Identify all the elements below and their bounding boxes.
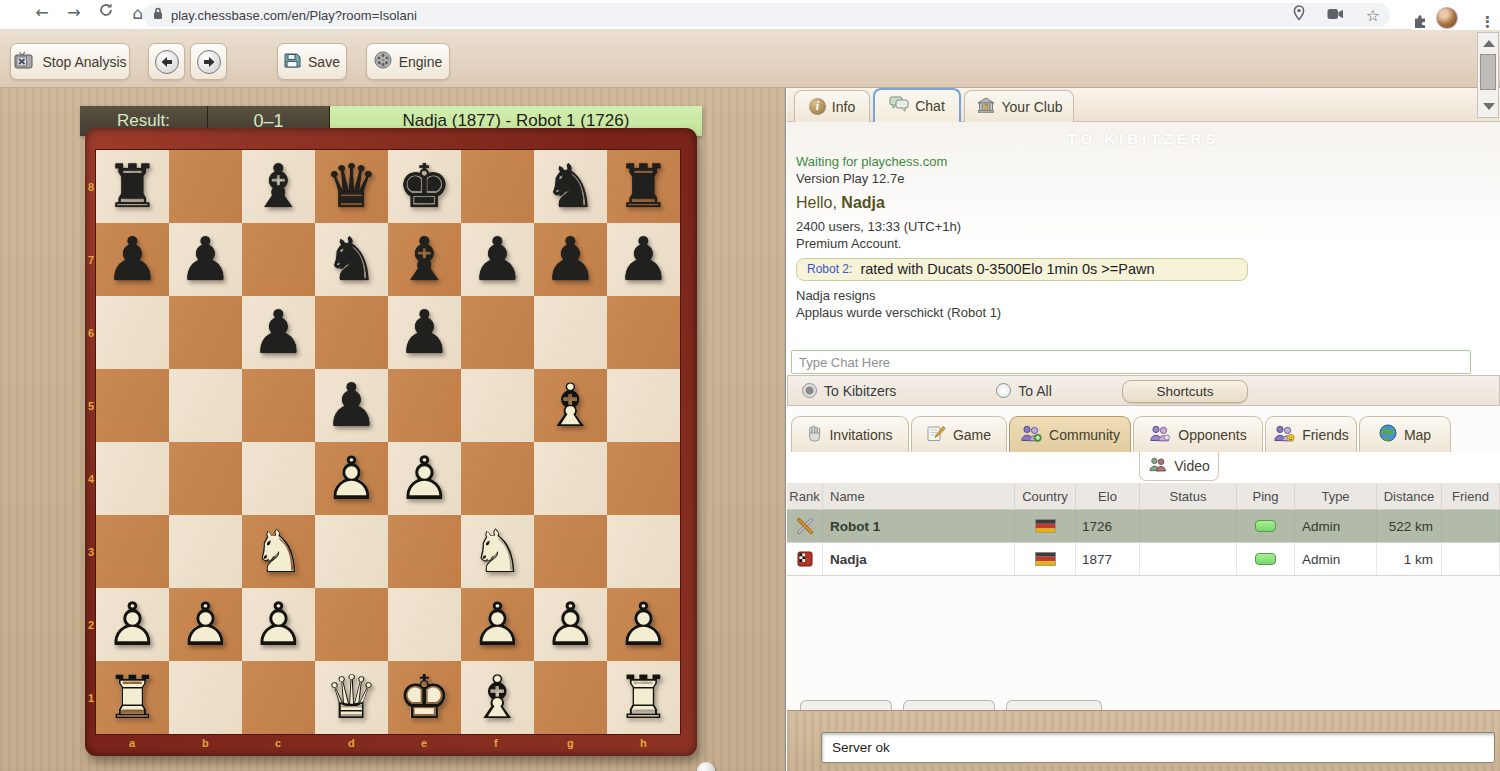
square-b7[interactable]: ♟ <box>169 223 242 296</box>
square-a6[interactable] <box>96 296 169 369</box>
square-g8[interactable]: ♞ <box>534 150 607 223</box>
chat-input[interactable] <box>791 350 1471 374</box>
rank-label-4: 4 <box>88 473 94 485</box>
file-label-b: b <box>202 737 209 749</box>
opponents-people-icon <box>1149 425 1171 445</box>
square-d8[interactable]: ♛ <box>315 150 388 223</box>
robot-challenge-pill[interactable]: Robot 2: rated with Ducats 0-3500Elo 1mi… <box>796 258 1248 281</box>
square-h4[interactable] <box>607 442 680 515</box>
square-c8[interactable]: ♝ <box>242 150 315 223</box>
file-label-e: e <box>421 737 427 749</box>
friend-cell <box>1442 510 1500 542</box>
board-frame: ♜♝♛♚♞♜♟♟♞♝♟♟♟♟♟♟♝♗♟♙♟♙♞♘♞♘♟♙♟♙♟♙♟♙♟♙♟♙♜♖… <box>85 128 697 756</box>
square-f2[interactable]: ♟♙ <box>461 588 534 661</box>
status-bar: Server ok <box>787 710 1500 771</box>
piece-white-bishop[interactable]: ♝♗ <box>471 661 525 734</box>
floppy-save-icon <box>284 52 301 72</box>
piece-white-knight[interactable]: ♞♘ <box>252 515 306 588</box>
friends-people-icon <box>1273 425 1295 445</box>
piece-black-knight[interactable]: ♞ <box>325 223 379 296</box>
tab-invitations[interactable]: Invitations <box>791 416 909 452</box>
engine-wheel-icon <box>374 51 392 72</box>
col-type[interactable]: Type <box>1295 483 1377 509</box>
piece-white-pawn[interactable]: ♟♙ <box>179 588 233 661</box>
chat-target-row: To Kibitzers To All Shortcuts <box>787 375 1500 406</box>
square-h6[interactable] <box>607 296 680 369</box>
square-g2[interactable]: ♟♙ <box>534 588 607 661</box>
hand-icon <box>807 425 822 445</box>
chat-bubbles-icon <box>889 96 909 116</box>
app-window: ← → ⌂ play.chessbase.com/en/Play?room=Is… <box>0 0 1500 771</box>
tab-your-club[interactable]: Your Club <box>964 90 1074 122</box>
file-label-a: a <box>129 737 135 749</box>
piece-black-pawn[interactable]: ♟ <box>252 296 306 369</box>
square-a2[interactable]: ♟♙ <box>96 588 169 661</box>
rank-label-6: 6 <box>88 327 94 339</box>
ping-indicator <box>1237 543 1295 575</box>
piece-black-pawn[interactable]: ♟ <box>325 369 379 442</box>
piece-black-rook[interactable]: ♜ <box>106 150 160 223</box>
community-people-icon <box>1020 425 1042 445</box>
camera-icon[interactable] <box>1327 6 1344 24</box>
col-name[interactable]: Name <box>823 483 1015 509</box>
table-row-nadja[interactable]: Nadja 1877 Admin 1 km <box>787 543 1500 576</box>
scroll-down-arrow-icon[interactable] <box>1483 103 1495 110</box>
square-a3[interactable] <box>96 515 169 588</box>
piece-black-rook[interactable]: ♜ <box>617 150 671 223</box>
square-c4[interactable] <box>242 442 315 515</box>
tab-community[interactable]: Community <box>1009 416 1131 452</box>
square-d7[interactable]: ♞ <box>315 223 388 296</box>
browser-back-icon[interactable]: ← <box>30 3 54 22</box>
tab-map[interactable]: Map <box>1359 416 1451 452</box>
square-e5[interactable] <box>388 369 461 442</box>
square-a4[interactable] <box>96 442 169 515</box>
tv-analysis-icon <box>13 50 35 73</box>
piece-white-rook[interactable]: ♜♖ <box>617 661 671 734</box>
col-friend[interactable]: Friend <box>1442 483 1500 509</box>
piece-black-pawn[interactable]: ♟ <box>179 223 233 296</box>
square-g6[interactable] <box>534 296 607 369</box>
chat-message: Premium Account. <box>796 236 1486 253</box>
players-table: Rank Name Country Elo Status Ping Type D… <box>787 483 1500 576</box>
square-e8[interactable]: ♚ <box>388 150 461 223</box>
piece-black-pawn[interactable]: ♟ <box>617 223 671 296</box>
bookmark-star-icon[interactable]: ☆ <box>1366 6 1380 25</box>
table-header-row: Rank Name Country Elo Status Ping Type D… <box>787 483 1500 510</box>
stop-analysis-button[interactable]: Stop Analysis <box>10 43 130 80</box>
rank-label-3: 3 <box>88 546 94 558</box>
piece-white-king[interactable]: ♚♔ <box>398 661 452 734</box>
square-e2[interactable] <box>388 588 461 661</box>
square-b2[interactable]: ♟♙ <box>169 588 242 661</box>
toolbar: Stop Analysis Save Engine <box>0 30 1500 88</box>
piece-white-queen[interactable]: ♛♕ <box>325 661 379 734</box>
col-elo[interactable]: Elo <box>1076 483 1140 509</box>
chat-message: Waiting for playchess.com <box>796 154 1486 171</box>
square-d1[interactable]: ♛♕ <box>315 661 388 734</box>
col-ping[interactable]: Ping <box>1237 483 1295 509</box>
square-g4[interactable] <box>534 442 607 515</box>
chat-message: Applaus wurde verschickt (Robot 1) <box>796 305 1486 322</box>
square-f6[interactable] <box>461 296 534 369</box>
table-row-robot1[interactable]: Robot 1 1726 Admin 522 km <box>787 510 1500 543</box>
square-d5[interactable]: ♟ <box>315 369 388 442</box>
main-tab-bar: Invitations Game Community Opponents <box>787 414 1500 452</box>
square-a5[interactable] <box>96 369 169 442</box>
piece-black-bishop[interactable]: ♝ <box>398 223 452 296</box>
radio-to-kibitzers[interactable]: To Kibitzers <box>802 383 896 399</box>
square-a1[interactable]: ♜♖ <box>96 661 169 734</box>
square-d2[interactable] <box>315 588 388 661</box>
location-pin-icon[interactable] <box>1293 5 1305 25</box>
back-move-button[interactable] <box>148 43 185 80</box>
square-c7[interactable] <box>242 223 315 296</box>
url-text: play.chessbase.com/en/Play?room=Isolani <box>171 8 417 23</box>
piece-white-rook[interactable]: ♜♖ <box>106 661 160 734</box>
globe-icon <box>1379 424 1397 445</box>
rank-label-2: 2 <box>88 619 94 631</box>
rank-label-5: 5 <box>88 400 94 412</box>
col-rank[interactable]: Rank <box>787 483 823 509</box>
radio-selected-icon <box>802 383 817 398</box>
scrollbar-thumb[interactable] <box>1480 54 1496 90</box>
chess-board: ♜♝♛♚♞♜♟♟♞♝♟♟♟♟♟♟♝♗♟♙♟♙♞♘♞♘♟♙♟♙♟♙♟♙♟♙♟♙♜♖… <box>96 150 680 734</box>
piece-black-pawn[interactable]: ♟ <box>471 223 525 296</box>
rank-label-7: 7 <box>88 254 94 266</box>
file-label-d: d <box>348 737 355 749</box>
col-country[interactable]: Country <box>1015 483 1076 509</box>
ping-indicator <box>1237 510 1295 542</box>
chat-watermark: TO KIBITZERS <box>787 130 1500 147</box>
video-tab-row: Video <box>787 452 1500 483</box>
rank-flag-icon <box>787 543 823 575</box>
piece-black-knight[interactable]: ♞ <box>544 150 598 223</box>
tab-friends[interactable]: Friends <box>1265 416 1357 452</box>
col-status[interactable]: Status <box>1140 483 1237 509</box>
square-h7[interactable]: ♟ <box>607 223 680 296</box>
square-f3[interactable]: ♞♘ <box>461 515 534 588</box>
notepad-pencil-icon <box>927 425 946 445</box>
square-f4[interactable] <box>461 442 534 515</box>
germany-flag-icon <box>1015 510 1076 542</box>
mini-scrollbar[interactable] <box>1477 32 1499 118</box>
square-f8[interactable] <box>461 150 534 223</box>
browser-chrome: ← → ⌂ play.chessbase.com/en/Play?room=Is… <box>0 0 1500 30</box>
square-c2[interactable]: ♟♙ <box>242 588 315 661</box>
square-g5[interactable]: ♝♗ <box>534 369 607 442</box>
video-people-icon <box>1148 457 1168 475</box>
square-c1[interactable] <box>242 661 315 734</box>
forward-arrow-icon <box>197 50 221 74</box>
chat-message: Version Play 12.7e <box>796 171 1486 188</box>
file-label-c: c <box>275 737 281 749</box>
chat-greeting: Hello, Nadja <box>796 195 1486 212</box>
piece-white-pawn[interactable]: ♟♙ <box>106 588 160 661</box>
square-h3[interactable] <box>607 515 680 588</box>
shortcuts-button[interactable]: Shortcuts <box>1122 380 1248 403</box>
square-h1[interactable]: ♜♖ <box>607 661 680 734</box>
square-f5[interactable] <box>461 369 534 442</box>
square-c3[interactable]: ♞♘ <box>242 515 315 588</box>
file-label-h: h <box>640 737 647 749</box>
chat-input-row <box>787 349 1500 375</box>
piece-black-queen[interactable]: ♛ <box>325 150 379 223</box>
back-arrow-icon <box>155 50 179 74</box>
square-b6[interactable] <box>169 296 242 369</box>
board-area: Result: 0–1 Nadja (1877) - Robot 1 (1726… <box>0 88 786 771</box>
top-tab-bar: i Info Chat Your Club <box>787 88 1500 122</box>
square-f7[interactable]: ♟ <box>461 223 534 296</box>
square-c5[interactable] <box>242 369 315 442</box>
lock-icon <box>153 6 163 24</box>
tab-chat[interactable]: Chat <box>873 88 961 122</box>
square-h5[interactable] <box>607 369 680 442</box>
tab-video[interactable]: Video <box>1139 452 1219 481</box>
piece-black-pawn[interactable]: ♟ <box>544 223 598 296</box>
url-bar[interactable]: play.chessbase.com/en/Play?room=Isolani … <box>143 3 1390 27</box>
piece-black-pawn[interactable]: ♟ <box>398 296 452 369</box>
radio-to-all[interactable]: To All <box>996 383 1051 399</box>
piece-white-bishop[interactable]: ♝♗ <box>544 369 598 442</box>
file-label-f: f <box>494 737 498 749</box>
square-e1[interactable]: ♚♔ <box>388 661 461 734</box>
square-e6[interactable]: ♟ <box>388 296 461 369</box>
square-g1[interactable] <box>534 661 607 734</box>
square-a8[interactable]: ♜ <box>96 150 169 223</box>
piece-white-pawn[interactable]: ♟♙ <box>471 588 525 661</box>
piece-black-pawn[interactable]: ♟ <box>106 223 160 296</box>
piece-black-king[interactable]: ♚ <box>398 150 452 223</box>
stop-analysis-label: Stop Analysis <box>42 54 126 70</box>
square-d3[interactable] <box>315 515 388 588</box>
germany-flag-icon <box>1015 543 1076 575</box>
club-building-icon <box>976 97 996 117</box>
browser-forward-icon[interactable]: → <box>62 3 86 22</box>
col-distance[interactable]: Distance <box>1377 483 1442 509</box>
save-button[interactable]: Save <box>277 43 347 80</box>
browser-reload-icon[interactable] <box>94 2 118 22</box>
scroll-up-arrow-icon[interactable] <box>1483 40 1495 47</box>
square-b1[interactable] <box>169 661 242 734</box>
square-d4[interactable]: ♟♙ <box>315 442 388 515</box>
server-status-field: Server ok <box>821 732 1495 763</box>
chat-message: 2400 users, 13:33 (UTC+1h) <box>796 219 1486 236</box>
tab-game[interactable]: Game <box>911 416 1007 452</box>
chat-messages: Waiting for playchess.com Version Play 1… <box>796 154 1486 322</box>
piece-white-pawn[interactable]: ♟♙ <box>617 588 671 661</box>
square-c6[interactable]: ♟ <box>242 296 315 369</box>
file-label-g: g <box>567 737 574 749</box>
square-b4[interactable] <box>169 442 242 515</box>
piece-white-pawn[interactable]: ♟♙ <box>325 442 379 515</box>
square-h2[interactable]: ♟♙ <box>607 588 680 661</box>
tab-opponents[interactable]: Opponents <box>1133 416 1263 452</box>
piece-white-knight[interactable]: ♞♘ <box>471 515 525 588</box>
status-cell <box>1140 543 1237 575</box>
info-icon: i <box>809 98 826 115</box>
piece-white-pawn[interactable]: ♟♙ <box>398 442 452 515</box>
tab-info[interactable]: i Info <box>794 90 870 122</box>
square-b8[interactable] <box>169 150 242 223</box>
engine-button[interactable]: Engine <box>366 43 450 80</box>
piece-white-pawn[interactable]: ♟♙ <box>544 588 598 661</box>
rank-label-8: 8 <box>88 181 94 193</box>
square-d6[interactable] <box>315 296 388 369</box>
rank-label-1: 1 <box>88 692 94 704</box>
radio-unselected-icon <box>996 383 1011 398</box>
rank-tools-icon <box>787 510 823 542</box>
square-e4[interactable]: ♟♙ <box>388 442 461 515</box>
engine-label: Engine <box>399 54 443 70</box>
piece-white-pawn[interactable]: ♟♙ <box>252 588 306 661</box>
square-b3[interactable] <box>169 515 242 588</box>
square-e7[interactable]: ♝ <box>388 223 461 296</box>
chat-message: Nadja resigns <box>796 288 1486 305</box>
save-label: Save <box>308 54 340 70</box>
chat-area: TO KIBITZERS Waiting for playchess.com V… <box>787 122 1500 349</box>
square-e3[interactable] <box>388 515 461 588</box>
white-to-move-ball <box>697 762 715 771</box>
forward-move-button[interactable] <box>190 43 227 80</box>
right-panel: i Info Chat Your Club TO KIBITZERS Waiti… <box>787 88 1500 771</box>
square-b5[interactable] <box>169 369 242 442</box>
friend-cell <box>1442 543 1500 575</box>
square-f1[interactable]: ♝♗ <box>461 661 534 734</box>
square-g7[interactable]: ♟ <box>534 223 607 296</box>
square-h8[interactable]: ♜ <box>607 150 680 223</box>
square-a7[interactable]: ♟ <box>96 223 169 296</box>
piece-black-bishop[interactable]: ♝ <box>252 150 306 223</box>
square-g3[interactable] <box>534 515 607 588</box>
status-cell <box>1140 510 1237 542</box>
